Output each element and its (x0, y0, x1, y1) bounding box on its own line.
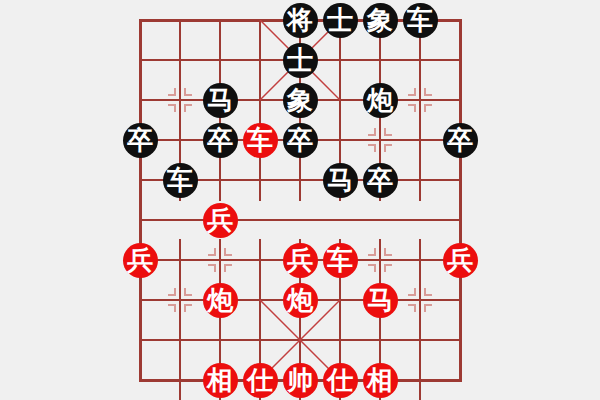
point-marker (224, 264, 232, 272)
point-marker (408, 88, 416, 96)
piece-black-soldier[interactable]: 卒 (443, 123, 478, 158)
point-marker (184, 288, 192, 296)
point-marker (368, 248, 376, 256)
point-marker (424, 288, 432, 296)
point-marker (424, 104, 432, 112)
piece-red-horse[interactable]: 马 (363, 283, 398, 318)
piece-black-soldier[interactable]: 卒 (203, 123, 238, 158)
piece-black-chariot[interactable]: 车 (403, 3, 438, 38)
xiangqi-board[interactable]: 将士象车士马象炮卒卒车卒卒车马卒兵兵兵车兵炮炮马相仕帅仕相 (140, 20, 460, 380)
point-marker (384, 264, 392, 272)
point-marker (368, 128, 376, 136)
point-marker (368, 144, 376, 152)
piece-black-soldier[interactable]: 卒 (283, 123, 318, 158)
piece-black-advisor[interactable]: 士 (323, 3, 358, 38)
point-marker (168, 88, 176, 96)
piece-red-soldier[interactable]: 兵 (123, 243, 158, 278)
piece-black-advisor[interactable]: 士 (283, 43, 318, 78)
point-marker (208, 264, 216, 272)
point-marker (384, 144, 392, 152)
piece-black-soldier[interactable]: 卒 (363, 163, 398, 198)
point-marker (384, 248, 392, 256)
piece-red-advisor[interactable]: 仕 (243, 363, 278, 398)
point-marker (168, 288, 176, 296)
piece-black-horse[interactable]: 马 (203, 83, 238, 118)
point-marker (168, 304, 176, 312)
piece-red-chariot[interactable]: 车 (323, 243, 358, 278)
piece-red-cannon[interactable]: 炮 (203, 283, 238, 318)
piece-red-soldier[interactable]: 兵 (443, 243, 478, 278)
piece-red-cannon[interactable]: 炮 (283, 283, 318, 318)
point-marker (424, 304, 432, 312)
point-marker (184, 304, 192, 312)
piece-black-elephant[interactable]: 象 (283, 83, 318, 118)
piece-red-chariot[interactable]: 车 (243, 123, 278, 158)
point-marker (168, 104, 176, 112)
point-marker (384, 128, 392, 136)
piece-red-elephant[interactable]: 相 (203, 363, 238, 398)
piece-red-soldier[interactable]: 兵 (203, 203, 238, 238)
point-marker (224, 248, 232, 256)
piece-black-cannon[interactable]: 炮 (363, 83, 398, 118)
point-marker (208, 248, 216, 256)
point-marker (184, 104, 192, 112)
piece-black-elephant[interactable]: 象 (363, 3, 398, 38)
point-marker (184, 88, 192, 96)
point-marker (408, 304, 416, 312)
point-marker (408, 104, 416, 112)
piece-black-general[interactable]: 将 (283, 3, 318, 38)
piece-black-chariot[interactable]: 车 (163, 163, 198, 198)
piece-red-elephant[interactable]: 相 (363, 363, 398, 398)
piece-black-horse[interactable]: 马 (323, 163, 358, 198)
point-marker (368, 264, 376, 272)
piece-red-general[interactable]: 帅 (283, 363, 318, 398)
piece-red-soldier[interactable]: 兵 (283, 243, 318, 278)
point-marker (424, 88, 432, 96)
piece-black-soldier[interactable]: 卒 (123, 123, 158, 158)
point-marker (408, 288, 416, 296)
piece-red-advisor[interactable]: 仕 (323, 363, 358, 398)
app-background: 将士象车士马象炮卒卒车卒卒车马卒兵兵兵车兵炮炮马相仕帅仕相 (0, 0, 600, 400)
